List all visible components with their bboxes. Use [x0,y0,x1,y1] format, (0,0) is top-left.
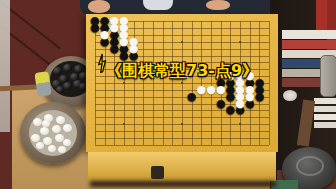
grid-line-v [259,21,260,144]
bowl-white-stone [48,145,56,152]
grid-line-h [95,104,269,105]
book-spine [314,114,336,120]
wall-strip [0,0,10,132]
book-spine [314,98,336,104]
board-maker-seal [151,166,164,179]
bowl-white-stone [33,118,42,126]
grid-line-v [201,21,202,144]
player-right-hand [206,0,230,10]
bowl-black-stone [56,86,64,93]
grid-line-h [95,117,269,118]
grid-line-v [230,21,231,144]
go-board-front-face [88,152,276,181]
grid-line-h [95,97,269,98]
book-spine [282,40,336,49]
hoshi-point [123,41,125,43]
board-shadow [90,181,276,187]
grid-line-v [269,21,270,144]
hoshi-point [181,82,183,84]
hoshi-point [123,123,125,125]
bowl-white-stone [36,142,44,149]
bowl-black-stone [63,64,72,72]
bowl-white-stone [58,146,66,153]
bowl-white-stone [63,139,71,146]
bowl-white-stone [40,127,49,135]
book-spine [314,122,336,128]
bowl-white-stone [52,125,61,133]
white-cup [283,90,297,101]
book-spine [282,30,336,39]
book-spine [316,0,327,32]
grid-line-v [250,21,251,144]
video-caption: 《围棋常型73-点9》 [106,61,258,82]
go-board: ●●●●●●●●●●●●●●●●●●●●●●●●●●●●●●●●●●●●●●●●… [86,14,278,152]
player-left-hand [88,0,110,13]
grid-line-h [95,131,269,132]
bowl-black-stone [63,82,72,90]
grid-line-h [95,110,269,111]
grid-line-v [221,21,222,144]
go-board-grid: ●●●●●●●●●●●●●●●●●●●●●●●●●●●●●●●●●●●●●●●●… [90,18,274,148]
grid-line-v [192,21,193,144]
bowl-white-stone [31,134,40,142]
hoshi-point [123,82,125,84]
bowl-white-stone [56,116,65,124]
player-shirt [143,0,173,10]
book-spine [314,106,336,112]
bowl-lid-swirl [296,156,324,176]
stone-jar [320,55,336,97]
white-stones-bowl-opening [29,110,77,156]
hoshi-point [181,41,183,43]
grid-line-v [211,21,212,144]
bowl-white-stone [63,124,72,132]
grid-line-h [95,90,269,91]
video-frame: ●●●●●●●●●●●●●●●●●●●●●●●●●●●●●●●●●●●●●●●●… [0,0,336,189]
grid-line-h [95,145,269,146]
grid-line-h [95,138,269,139]
bowl-white-stone [43,137,52,145]
bowl-white-stone [42,120,50,127]
